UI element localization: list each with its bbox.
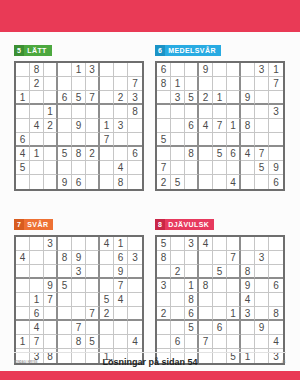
cell-r2c9: 7 (128, 77, 142, 91)
cell-r5c6 (86, 119, 100, 133)
cell-r1c6 (227, 237, 241, 251)
solutions-note: Lösningar på sidan 54 (14, 357, 286, 367)
cell-r3c6 (227, 91, 241, 105)
cell-r8c5 (72, 161, 86, 175)
cell-r7c2: 4 (30, 321, 44, 335)
cell-r6c7: 7 (100, 133, 114, 147)
cell-r8c9: 4 (269, 335, 283, 349)
cell-r1c7 (100, 63, 114, 77)
cell-r7c2: 1 (30, 147, 44, 161)
cell-r6c9 (128, 307, 142, 321)
cell-r1c1: 5 (157, 237, 171, 251)
cell-r6c3 (44, 307, 58, 321)
cell-r7c7: 4 (241, 147, 255, 161)
cell-r4c6 (227, 105, 241, 119)
cell-r2c7 (241, 251, 255, 265)
cell-r7c1: 4 (16, 147, 30, 161)
cell-r1c1 (16, 63, 30, 77)
cell-r3c9 (128, 265, 142, 279)
cell-r8c1 (157, 335, 171, 349)
cell-r5c3: 6 (185, 119, 199, 133)
cell-r8c5: 8 (72, 335, 86, 349)
cell-r2c4 (199, 77, 213, 91)
cell-r6c4 (58, 307, 72, 321)
cell-r7c1 (157, 321, 171, 335)
cell-r1c5: 1 (72, 63, 86, 77)
cell-r1c8: 1 (114, 237, 128, 251)
cell-r4c6 (227, 279, 241, 293)
cell-r1c1 (16, 237, 30, 251)
cell-r6c6: 7 (86, 307, 100, 321)
cell-r7c6 (227, 321, 241, 335)
cell-r1c4: 4 (199, 237, 213, 251)
cell-r3c4: 6 (58, 91, 72, 105)
cell-r4c8 (255, 279, 269, 293)
cell-r3c8: 9 (114, 265, 128, 279)
cell-r2c9: 3 (128, 251, 142, 265)
cell-r8c4 (199, 161, 213, 175)
cell-r9c7 (100, 175, 114, 189)
page-footer: SÖNDAG | KRYSS Lösningar på sidan 54 41 (14, 352, 286, 371)
cell-r8c1: 7 (157, 161, 171, 175)
cell-r4c9: 8 (128, 105, 142, 119)
cell-r5c3: 7 (44, 293, 58, 307)
cell-r8c3 (44, 161, 58, 175)
cell-r2c4: 8 (58, 251, 72, 265)
cell-r2c5: 9 (72, 251, 86, 265)
cell-r8c8: 5 (255, 161, 269, 175)
cell-r3c3 (44, 265, 58, 279)
cell-r4c6 (86, 279, 100, 293)
cell-r7c7 (241, 321, 255, 335)
cell-r2c9 (269, 251, 283, 265)
cell-r6c6: 1 (227, 307, 241, 321)
cell-r8c8 (255, 335, 269, 349)
cell-r2c6 (86, 251, 100, 265)
cell-r3c9 (269, 265, 283, 279)
cell-r6c5 (72, 307, 86, 321)
bottom-red-bar (0, 371, 300, 380)
cell-r5c4 (199, 293, 213, 307)
cell-r8c9: 9 (269, 161, 283, 175)
difficulty-badge: 8 DJÄVULSK (155, 219, 214, 230)
cell-r1c3 (185, 63, 199, 77)
cell-r3c9 (269, 91, 283, 105)
cell-r6c7: 2 (100, 307, 114, 321)
cell-r1c5 (213, 63, 227, 77)
cell-r7c5: 8 (72, 147, 86, 161)
cell-r2c8 (114, 77, 128, 91)
cell-r3c6 (227, 265, 241, 279)
cell-r1c8 (255, 237, 269, 251)
cell-r4c2 (30, 105, 44, 119)
cell-r7c9: 6 (128, 147, 142, 161)
cell-r3c8: 2 (114, 91, 128, 105)
cell-r8c7 (241, 161, 255, 175)
cell-r5c4: 4 (199, 119, 213, 133)
cell-r5c1 (16, 293, 30, 307)
cell-r2c6 (227, 77, 241, 91)
cell-r5c9 (269, 119, 283, 133)
cell-r4c3: 9 (44, 279, 58, 293)
cell-r7c8: 9 (255, 321, 269, 335)
cell-r4c9 (128, 279, 142, 293)
top-red-bar (0, 0, 300, 32)
cell-r3c7 (100, 265, 114, 279)
cell-r8c2 (30, 161, 44, 175)
cell-r7c6: 6 (227, 147, 241, 161)
cell-r2c2: 2 (30, 77, 44, 91)
cell-r1c8: 3 (255, 63, 269, 77)
cell-r6c9 (128, 133, 142, 147)
cell-r3c1 (157, 91, 171, 105)
cell-r8c1: 5 (16, 161, 30, 175)
cell-r7c2 (171, 147, 185, 161)
cell-r5c7: 1 (100, 119, 114, 133)
cell-r1c9: 1 (269, 63, 283, 77)
cell-r9c2: 5 (171, 175, 185, 189)
cell-r6c9: 8 (269, 307, 283, 321)
sudoku-board: 8132716572318429136741582654968 (14, 61, 144, 191)
cell-r4c1: 3 (157, 279, 171, 293)
cell-r2c7 (241, 77, 255, 91)
cell-r4c4: 5 (58, 279, 72, 293)
cell-r1c4 (58, 237, 72, 251)
cell-r2c8 (255, 77, 269, 91)
cell-r9c7 (241, 175, 255, 189)
difficulty-badge: 5 LÄTT (14, 45, 52, 56)
cell-r9c6: 4 (227, 175, 241, 189)
cell-r8c2: 6 (171, 335, 185, 349)
cell-r4c3 (185, 105, 199, 119)
cell-r7c2 (171, 321, 185, 335)
cell-r7c9 (269, 147, 283, 161)
cell-r5c5 (72, 293, 86, 307)
cell-r5c4 (58, 293, 72, 307)
cell-r1c2 (30, 237, 44, 251)
cell-r2c1: 4 (16, 251, 30, 265)
cell-r4c5 (72, 105, 86, 119)
cell-r7c9 (269, 321, 283, 335)
cell-r9c3 (185, 175, 199, 189)
badge-label: DJÄVULSK (165, 219, 214, 230)
cell-r5c7: 4 (241, 293, 255, 307)
puzzle-medelsvar: 6 MEDELSVÅR 6931817352193647185856477592… (155, 39, 285, 191)
cell-r9c8 (255, 175, 269, 189)
cell-r2c2 (171, 251, 185, 265)
cell-r6c2 (171, 133, 185, 147)
cell-r4c7 (100, 279, 114, 293)
cell-r7c3 (44, 321, 58, 335)
cell-r8c9: 4 (128, 335, 142, 349)
sudoku-board: 534873258318968426138569674513 (155, 235, 285, 365)
cell-r5c6: 1 (227, 119, 241, 133)
cell-r3c6 (86, 265, 100, 279)
badge-label: MEDELSVÅR (165, 45, 221, 56)
cell-r4c8 (114, 105, 128, 119)
cell-r7c5: 5 (213, 147, 227, 161)
cell-r1c9 (128, 237, 142, 251)
cell-r4c7: 9 (241, 279, 255, 293)
cell-r6c4 (199, 133, 213, 147)
cell-r4c9: 3 (269, 105, 283, 119)
cell-r8c2 (171, 161, 185, 175)
cell-r3c2 (30, 265, 44, 279)
cell-r1c3: 3 (44, 237, 58, 251)
cell-r2c7 (100, 77, 114, 91)
cell-r4c9: 6 (269, 279, 283, 293)
cell-r5c4 (58, 119, 72, 133)
cell-r3c5: 5 (72, 91, 86, 105)
cell-r5c2: 1 (30, 293, 44, 307)
cell-r7c8 (114, 147, 128, 161)
difficulty-badge: 6 MEDELSVÅR (155, 45, 221, 56)
cell-r7c4: 5 (58, 147, 72, 161)
cell-r3c1 (157, 265, 171, 279)
cell-r4c3: 1 (44, 105, 58, 119)
cell-r3c3: 5 (185, 91, 199, 105)
cell-r7c7 (100, 147, 114, 161)
puzzle-page: 5 LÄTT 8132716572318429136741582654968 6… (0, 32, 300, 365)
cell-r4c5 (213, 279, 227, 293)
cell-r4c8: 7 (114, 279, 128, 293)
badge-number: 7 (14, 219, 24, 230)
cell-r7c3: 5 (185, 321, 199, 335)
cell-r1c7 (241, 237, 255, 251)
cell-r9c4 (199, 175, 213, 189)
cell-r9c8: 8 (114, 175, 128, 189)
cell-r2c8: 6 (114, 251, 128, 265)
cell-r7c5: 7 (72, 321, 86, 335)
cell-r6c8 (114, 133, 128, 147)
cell-r6c1: 2 (157, 307, 171, 321)
cell-r4c1 (157, 105, 171, 119)
cell-r4c2 (171, 279, 185, 293)
cell-r4c1 (16, 105, 30, 119)
cell-r9c5: 6 (72, 175, 86, 189)
cell-r4c4 (58, 105, 72, 119)
cell-r1c2: 8 (30, 63, 44, 77)
cell-r2c1: 8 (157, 251, 171, 265)
cell-r6c5 (213, 133, 227, 147)
cell-r8c4 (58, 161, 72, 175)
cell-r5c6 (227, 293, 241, 307)
cell-r6c4 (199, 307, 213, 321)
cell-r2c2: 1 (171, 77, 185, 91)
cell-r9c4: 9 (58, 175, 72, 189)
cell-r6c2: 6 (30, 307, 44, 321)
cell-r5c7: 8 (241, 119, 255, 133)
badge-label: LÄTT (24, 45, 51, 56)
cell-r7c4 (58, 321, 72, 335)
cell-r3c7: 8 (241, 265, 255, 279)
cell-r4c5 (213, 105, 227, 119)
cell-r5c9 (128, 293, 142, 307)
cell-r8c4: 7 (199, 335, 213, 349)
cell-r8c3 (185, 335, 199, 349)
cell-r2c7 (100, 251, 114, 265)
cell-r1c2 (171, 63, 185, 77)
cell-r6c1: 6 (16, 133, 30, 147)
cell-r7c1 (16, 321, 30, 335)
cell-r5c2 (171, 293, 185, 307)
cell-r6c2 (30, 133, 44, 147)
cell-r1c6: 3 (86, 63, 100, 77)
cell-r8c6 (227, 335, 241, 349)
cell-r6c8 (255, 307, 269, 321)
cell-r1c4: 9 (199, 63, 213, 77)
cell-r1c9 (269, 237, 283, 251)
cell-r5c8 (255, 293, 269, 307)
cell-r8c5 (213, 161, 227, 175)
cell-r9c2 (30, 175, 44, 189)
cell-r2c3 (185, 77, 199, 91)
cell-r7c4 (199, 147, 213, 161)
cell-r1c5 (213, 237, 227, 251)
cell-r3c8 (255, 91, 269, 105)
cell-r2c6 (86, 77, 100, 91)
cell-r6c6 (86, 133, 100, 147)
puzzle-layout: 5 LÄTT 8132716572318429136741582654968 6… (14, 39, 286, 365)
cell-r6c5 (72, 133, 86, 147)
cell-r6c3: 6 (185, 307, 199, 321)
cell-r4c5 (72, 279, 86, 293)
cell-r3c4 (199, 265, 213, 279)
cell-r4c1 (16, 279, 30, 293)
page-number: 41 (282, 360, 286, 364)
cell-r6c8 (255, 133, 269, 147)
cell-r8c3 (185, 161, 199, 175)
cell-r6c4 (58, 133, 72, 147)
cell-r4c4 (199, 105, 213, 119)
cell-r4c3: 1 (185, 279, 199, 293)
cell-r6c3 (185, 133, 199, 147)
cell-r8c1: 1 (16, 335, 30, 349)
cell-r5c9 (128, 119, 142, 133)
cell-r8c7 (100, 161, 114, 175)
cell-r5c9 (269, 293, 283, 307)
cell-r2c5 (213, 77, 227, 91)
cell-r7c3: 8 (185, 147, 199, 161)
cell-r3c3 (44, 91, 58, 105)
cell-r3c5: 5 (213, 265, 227, 279)
cell-r8c6 (227, 161, 241, 175)
cell-r7c6: 2 (86, 147, 100, 161)
puzzle-latt: 5 LÄTT 8132716572318429136741582654968 (14, 39, 144, 191)
cell-r8c8 (114, 335, 128, 349)
cell-r9c5 (213, 175, 227, 189)
cell-r6c6 (227, 133, 241, 147)
cell-r2c4 (58, 77, 72, 91)
cell-r2c5 (72, 77, 86, 91)
cell-r2c6: 7 (227, 251, 241, 265)
badge-number: 6 (155, 45, 165, 56)
cell-r1c6 (86, 237, 100, 251)
cell-r4c2 (30, 279, 44, 293)
difficulty-badge: 7 SVÅR (14, 219, 53, 230)
cell-r6c1 (16, 307, 30, 321)
cell-r5c7: 5 (100, 293, 114, 307)
cell-r7c3 (44, 147, 58, 161)
cell-r5c8: 3 (114, 119, 128, 133)
cell-r2c8: 3 (255, 251, 269, 265)
cell-r2c3 (185, 251, 199, 265)
cell-r1c7: 4 (100, 237, 114, 251)
cell-r5c1 (157, 119, 171, 133)
cell-r2c1: 8 (157, 77, 171, 91)
cell-r1c9 (128, 63, 142, 77)
cell-r4c8 (255, 105, 269, 119)
cell-r8c9 (128, 161, 142, 175)
cell-r4c7 (100, 105, 114, 119)
cell-r7c7 (100, 321, 114, 335)
cell-r3c9: 3 (128, 91, 142, 105)
cell-r1c8 (114, 63, 128, 77)
cell-r5c2 (171, 119, 185, 133)
cell-r3c2 (30, 91, 44, 105)
cell-r5c5 (213, 293, 227, 307)
cell-r1c2 (171, 237, 185, 251)
cell-r2c3 (44, 251, 58, 265)
cell-r6c7 (241, 133, 255, 147)
cell-r3c5: 3 (72, 265, 86, 279)
cell-r6c9 (269, 133, 283, 147)
cell-r8c7 (100, 335, 114, 349)
cell-r9c1: 2 (157, 175, 171, 189)
cell-r4c4: 8 (199, 279, 213, 293)
cell-r6c5 (213, 307, 227, 321)
cell-r1c1: 6 (157, 63, 171, 77)
cell-r4c2 (171, 105, 185, 119)
cell-r8c6: 5 (86, 335, 100, 349)
cell-r8c5 (213, 335, 227, 349)
cell-r4c7 (241, 105, 255, 119)
cell-r3c5: 1 (213, 91, 227, 105)
cell-r3c1 (16, 265, 30, 279)
cell-r2c3 (44, 77, 58, 91)
cell-r5c3: 8 (185, 293, 199, 307)
cell-r2c4 (199, 251, 213, 265)
cell-r5c6 (86, 293, 100, 307)
cell-r7c8: 7 (255, 147, 269, 161)
cell-r9c9 (128, 175, 142, 189)
cell-r7c4 (199, 321, 213, 335)
cell-r7c8 (114, 321, 128, 335)
cell-r2c1 (16, 77, 30, 91)
cell-r6c1: 5 (157, 133, 171, 147)
cell-r6c7: 3 (241, 307, 255, 321)
cell-r8c4 (58, 335, 72, 349)
cell-r9c6 (86, 175, 100, 189)
cell-r5c1 (157, 293, 171, 307)
cell-r9c3 (44, 175, 58, 189)
cell-r5c8: 4 (114, 293, 128, 307)
cell-r1c4 (58, 63, 72, 77)
cell-r9c9: 6 (269, 175, 283, 189)
cell-r7c6 (86, 321, 100, 335)
cell-r5c5: 9 (72, 119, 86, 133)
cell-r2c5 (213, 251, 227, 265)
cell-r2c9: 7 (269, 77, 283, 91)
cell-r7c5: 6 (213, 321, 227, 335)
cell-r5c3: 2 (44, 119, 58, 133)
cell-r8c6 (86, 161, 100, 175)
cell-r3c4 (58, 265, 72, 279)
cell-r5c1 (16, 119, 30, 133)
cell-r3c3 (185, 265, 199, 279)
cell-r3c6: 7 (86, 91, 100, 105)
badge-label: SVÅR (24, 219, 53, 230)
